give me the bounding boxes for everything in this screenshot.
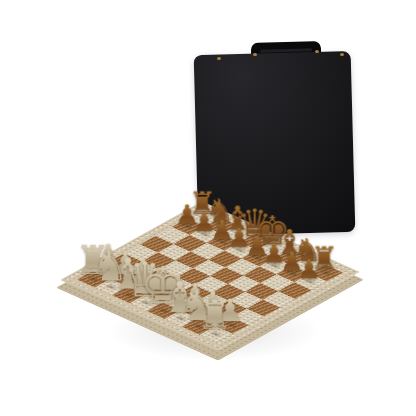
piece-shadow (227, 228, 250, 239)
piece-shadow (245, 236, 268, 247)
piece-shadow (194, 229, 217, 240)
square-d8: ♛ (240, 233, 273, 250)
square-h6 (278, 282, 311, 299)
square-a6 (156, 227, 189, 244)
square-d6 (208, 251, 241, 268)
square-b7: ♟ (189, 226, 222, 243)
square-a7: ♟ (172, 218, 205, 235)
piece-shadow (211, 237, 234, 248)
square-d7: ♟ (224, 242, 257, 259)
piece-shadow (176, 221, 199, 232)
piece-black-king: ♚ (241, 210, 305, 250)
square-b6 (173, 235, 206, 252)
piece-shadow (262, 244, 285, 255)
piece-black-pawn: ♟ (172, 209, 236, 235)
piece-black-bishop: ♝ (206, 201, 270, 234)
square-a8: ♜ (187, 210, 220, 227)
square-c8: ♝ (222, 225, 255, 242)
chess-board: ♜♞♝♛♚♝♞♜♟♟♟♟♟♟♟♟♟♟♟♟♟♟♟♟♜♞♝♛♚♝♞♜ (60, 201, 359, 351)
piece-black-pawn: ♟ (155, 201, 219, 227)
square-h1: ♜ (199, 326, 232, 343)
square-c7: ♟ (207, 234, 240, 251)
square-e6 (226, 259, 259, 276)
piece-white-rook: ♜ (183, 295, 247, 335)
piece-black-pawn: ♟ (190, 217, 254, 243)
piece-black-pawn: ♟ (277, 256, 341, 282)
piece-shadow (210, 220, 233, 231)
square-e8: ♚ (257, 241, 290, 258)
piece-shadow (229, 244, 252, 255)
square-c6 (191, 243, 224, 260)
piece-black-pawn: ♟ (207, 225, 271, 251)
piece-black-bishop: ♝ (258, 225, 322, 258)
square-b8: ♞ (205, 217, 238, 234)
piece-black-knight: ♞ (188, 194, 252, 226)
product-photo-scene: ♜♞♝♛♚♝♞♜♟♟♟♟♟♟♟♟♟♟♟♟♟♟♟♟♜♞♝♛♚♝♞♜ (0, 0, 416, 416)
piece-shadow (246, 252, 269, 263)
square-e7: ♟ (241, 250, 274, 267)
piece-black-rook: ♜ (171, 188, 235, 219)
piece-black-queen: ♛ (223, 204, 287, 242)
piece-black-pawn: ♟ (225, 233, 289, 259)
piece-shadow (192, 212, 215, 223)
board-scene: ♜♞♝♛♚♝♞♜♟♟♟♟♟♟♟♟♟♟♟♟♟♟♟♟♜♞♝♛♚♝♞♜ (0, 0, 416, 416)
